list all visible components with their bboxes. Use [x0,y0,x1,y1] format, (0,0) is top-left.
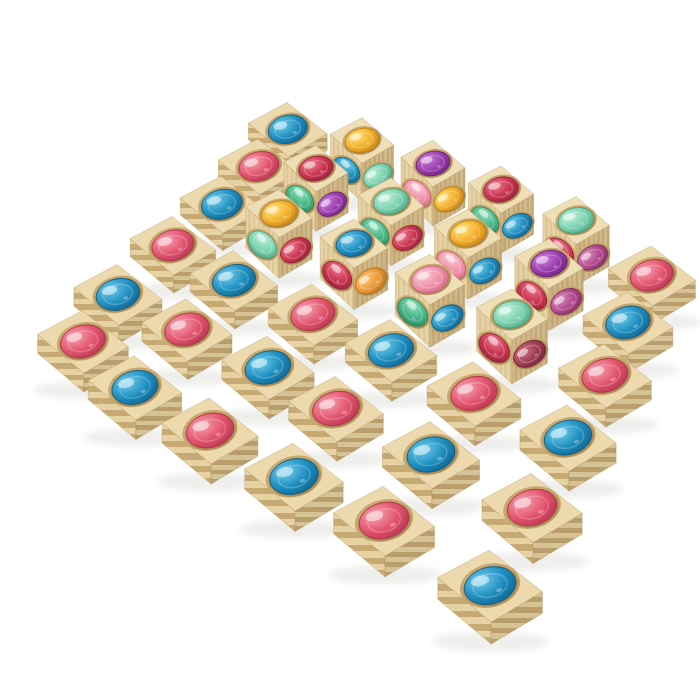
gem-blocks-photo [0,0,700,700]
gem-blocks-photo-canvas [0,0,700,700]
